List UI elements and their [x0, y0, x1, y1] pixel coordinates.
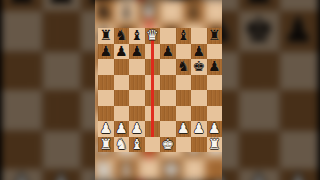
chess-board: ♜♞♝♛♝♜♟♟♟♟♟♞♚♟♟♟♟♟♟♟♜♞♝♚♜: [98, 28, 222, 152]
square-h3[interactable]: [207, 106, 223, 122]
square-c8: ♝: [115, 0, 137, 22]
square-g2[interactable]: ♟: [191, 121, 207, 137]
square-g2: ♟: [239, 169, 279, 180]
black-pawn: ♟: [191, 44, 207, 60]
square-a4[interactable]: [98, 90, 114, 106]
white-pawn: ♟: [98, 121, 114, 137]
black-king: ♚: [191, 59, 207, 75]
square-d8[interactable]: ♛: [145, 28, 161, 44]
square-h4[interactable]: [207, 90, 223, 106]
square-b3[interactable]: [114, 106, 130, 122]
square-c2[interactable]: ♟: [129, 121, 145, 137]
black-rook: ♜: [207, 28, 223, 44]
square-e7[interactable]: ♟: [160, 44, 176, 60]
square-g7[interactable]: ♟: [191, 44, 207, 60]
white-king: ♚: [160, 137, 176, 153]
square-h8[interactable]: ♜: [207, 28, 223, 44]
black-bishop: ♝: [176, 28, 192, 44]
square-b4: [41, 90, 81, 130]
white-queen: ♛: [138, 0, 160, 22]
square-f8[interactable]: ♝: [176, 28, 192, 44]
square-f7[interactable]: [176, 44, 192, 60]
white-bishop: ♝: [129, 137, 145, 153]
square-b6: [41, 11, 81, 51]
square-g5[interactable]: [191, 75, 207, 91]
square-h6: ♟: [279, 11, 319, 51]
square-b7[interactable]: ♟: [114, 44, 130, 60]
square-e5[interactable]: [160, 75, 176, 91]
square-a6: [2, 11, 42, 51]
square-e8[interactable]: [160, 28, 176, 44]
white-pawn: ♟: [41, 169, 81, 180]
black-pawn: ♟: [41, 0, 81, 11]
square-g3[interactable]: [191, 106, 207, 122]
square-d1: [138, 157, 160, 179]
black-king: ♚: [239, 11, 279, 51]
square-c5[interactable]: [129, 75, 145, 91]
black-pawn: ♟: [207, 59, 223, 75]
square-a2: ♟: [2, 169, 42, 180]
square-b8[interactable]: ♞: [114, 28, 130, 44]
white-pawn: ♟: [2, 169, 42, 180]
square-f2[interactable]: ♟: [176, 121, 192, 137]
white-pawn: ♟: [176, 121, 192, 137]
square-b7: ♟: [41, 0, 81, 11]
square-g4[interactable]: [191, 90, 207, 106]
square-g6: ♚: [239, 11, 279, 51]
white-pawn: ♟: [207, 121, 223, 137]
square-c8[interactable]: ♝: [129, 28, 145, 44]
square-b2[interactable]: ♟: [114, 121, 130, 137]
white-knight: ♞: [114, 137, 130, 153]
white-king: ♚: [160, 157, 182, 179]
square-h2: ♟: [279, 169, 319, 180]
square-h3: [279, 130, 319, 170]
square-g5: [239, 50, 279, 90]
square-e1[interactable]: ♚: [160, 137, 176, 153]
black-rook: ♜: [98, 28, 114, 44]
square-e2[interactable]: [160, 121, 176, 137]
square-g8: [205, 0, 222, 22]
square-c7[interactable]: ♟: [129, 44, 145, 60]
black-knight: ♞: [95, 0, 115, 22]
square-c1: ♝: [115, 157, 137, 179]
square-h5: [279, 50, 319, 90]
square-a5[interactable]: [98, 75, 114, 91]
white-rook: ♜: [98, 137, 114, 153]
square-g4: [239, 90, 279, 130]
square-e6[interactable]: [160, 59, 176, 75]
square-f5[interactable]: [176, 75, 192, 91]
square-h5[interactable]: [207, 75, 223, 91]
square-e8: [160, 0, 182, 22]
square-b3: [41, 130, 81, 170]
square-h4: [279, 90, 319, 130]
white-queen: ♛: [145, 28, 161, 44]
square-d8: ♛: [138, 0, 160, 22]
white-pawn: ♟: [129, 121, 145, 137]
white-rook: ♜: [207, 137, 223, 153]
square-g3: [239, 130, 279, 170]
black-bishop: ♝: [115, 0, 137, 22]
square-a6[interactable]: [98, 59, 114, 75]
square-a8[interactable]: ♜: [98, 28, 114, 44]
square-f8: ♝: [182, 0, 204, 22]
square-b2: ♟: [41, 169, 81, 180]
square-g1: [205, 157, 222, 179]
square-f1[interactable]: [176, 137, 192, 153]
square-f3[interactable]: [176, 106, 192, 122]
square-g8[interactable]: [191, 28, 207, 44]
square-b4[interactable]: [114, 90, 130, 106]
white-pawn: ♟: [191, 121, 207, 137]
square-h6[interactable]: ♟: [207, 59, 223, 75]
square-b8: ♞: [95, 0, 115, 22]
white-pawn: ♟: [279, 169, 319, 180]
black-bishop: ♝: [182, 0, 204, 22]
square-h2[interactable]: ♟: [207, 121, 223, 137]
square-c4[interactable]: [129, 90, 145, 106]
black-pawn: ♟: [114, 44, 130, 60]
square-b1: ♞: [95, 157, 115, 179]
square-c6[interactable]: [129, 59, 145, 75]
square-b1[interactable]: ♞: [114, 137, 130, 153]
square-f6[interactable]: ♞: [176, 59, 192, 75]
square-e4[interactable]: [160, 90, 176, 106]
square-e1: ♚: [160, 157, 182, 179]
black-bishop: ♝: [129, 28, 145, 44]
video-frame: ♜♞♝♛♝♜♟♟♟♟♟♞♚♟♟♟♟♟♟♟♜♞♝♚♜ ♜♞♝♛♝♜♟♟♟♟♟♞♚♟…: [0, 0, 320, 180]
square-h7[interactable]: [207, 44, 223, 60]
square-g1[interactable]: [191, 137, 207, 153]
white-knight: ♞: [95, 157, 115, 179]
square-a4: [2, 90, 42, 130]
black-pawn: ♟: [160, 44, 176, 60]
square-b5[interactable]: [114, 75, 130, 91]
move-arrow-line: [151, 35, 154, 138]
square-h1[interactable]: ♜: [207, 137, 223, 153]
square-b5: [41, 50, 81, 90]
square-g6[interactable]: ♚: [191, 59, 207, 75]
square-c1[interactable]: ♝: [129, 137, 145, 153]
square-a7[interactable]: ♟: [98, 44, 114, 60]
square-b6[interactable]: [114, 59, 130, 75]
black-pawn: ♟: [279, 11, 319, 51]
square-a2[interactable]: ♟: [98, 121, 114, 137]
square-f4[interactable]: [176, 90, 192, 106]
black-pawn: ♟: [98, 44, 114, 60]
square-a5: [2, 50, 42, 90]
square-a7: ♟: [2, 0, 42, 11]
black-knight: ♞: [114, 28, 130, 44]
square-a3: [2, 130, 42, 170]
black-pawn: ♟: [2, 0, 42, 11]
black-knight: ♞: [176, 59, 192, 75]
square-d1[interactable]: [145, 137, 161, 153]
square-c3[interactable]: [129, 106, 145, 122]
square-e3[interactable]: [160, 106, 176, 122]
white-pawn: ♟: [114, 121, 130, 137]
black-pawn: ♟: [129, 44, 145, 60]
white-bishop: ♝: [115, 157, 137, 179]
square-f1: [182, 157, 204, 179]
white-pawn: ♟: [239, 169, 279, 180]
square-a1[interactable]: ♜: [98, 137, 114, 153]
square-a3[interactable]: [98, 106, 114, 122]
